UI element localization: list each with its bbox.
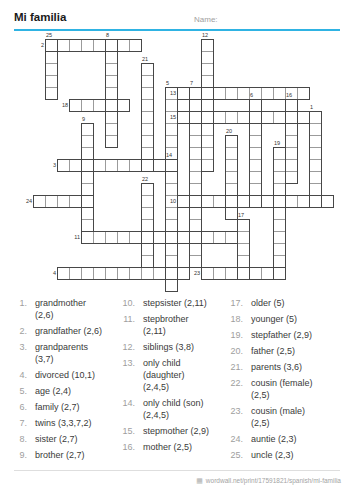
grid-number-19: 19 (274, 140, 280, 146)
grid-cell[interactable] (297, 87, 310, 100)
clue-text: mother (2,5) (143, 441, 219, 453)
clue-item: 13.only child (daughter) (2,4,5) (122, 357, 230, 393)
clue-item: 1.grandmother (2,6) (14, 297, 122, 321)
grid-number-8: 8 (106, 32, 109, 38)
clue-text: stepfather (2,9) (251, 329, 327, 341)
clue-item: 23.cousin (male) (2,5) (230, 405, 346, 429)
grid-number-24: 24 (23, 198, 32, 204)
clue-number: 11. (122, 313, 135, 337)
clues-column-1: 1.grandmother (2,6)2.grandfather (2,6)3.… (14, 297, 122, 461)
clue-text: stepbrother (2,11) (143, 313, 219, 337)
grid-cell[interactable] (201, 159, 214, 172)
clue-item: 17.older (5) (230, 297, 346, 309)
clue-number: 23. (230, 405, 243, 429)
clue-item: 16.mother (2,5) (122, 441, 230, 453)
grid-number-20: 20 (226, 128, 232, 134)
grid-cell[interactable] (117, 99, 130, 112)
clue-number: 25. (230, 449, 243, 461)
clue-text: stepmother (2,9) (143, 425, 219, 437)
clue-text: stepsister (2,11) (143, 297, 219, 309)
grid-number-7: 7 (190, 80, 193, 86)
footer-divider (14, 470, 340, 471)
page-title: Mi familia (14, 11, 66, 23)
clue-text: twins (3,3,7,2) (35, 417, 111, 429)
grid-number-17: 17 (238, 212, 244, 218)
clue-item: 22.cousin (female) (2,5) (230, 377, 346, 401)
worksheet-page: Mi familia Name: 22581221135718616151920… (0, 0, 353, 500)
clue-item: 11.stepbrother (2,11) (122, 313, 230, 337)
clue-text: sister (2,7) (35, 433, 111, 445)
clue-number: 4. (14, 369, 27, 381)
clue-item: 7.twins (3,3,7,2) (14, 417, 122, 429)
grid-number-9: 9 (82, 116, 85, 122)
clue-number: 20. (230, 345, 243, 357)
clue-item: 5.age (2,4) (14, 385, 122, 397)
grid-number-2: 2 (35, 42, 44, 48)
grid-cell[interactable] (177, 267, 190, 280)
clue-item: 15.stepmother (2,9) (122, 425, 230, 437)
crossword-grid: 2258122113571861615192019314222410171142… (33, 39, 334, 292)
clue-text: only child (daughter) (2,4,5) (143, 357, 219, 393)
clue-item: 25.uncle (2,3) (230, 449, 346, 461)
clues-column-2: 10.stepsister (2,11)11.stepbrother (2,11… (122, 297, 230, 461)
clue-item: 10.stepsister (2,11) (122, 297, 230, 309)
clue-text: grandmother (2,6) (35, 297, 111, 321)
clue-item: 21.parents (3,6) (230, 361, 346, 373)
clue-number: 13. (122, 357, 135, 393)
clue-item: 18.younger (5) (230, 313, 346, 325)
clue-number: 9. (14, 449, 27, 461)
name-label: Name: (194, 15, 218, 24)
grid-cell[interactable] (45, 87, 58, 100)
clue-number: 19. (230, 329, 243, 341)
clue-number: 21. (230, 361, 243, 373)
grid-number-22: 22 (142, 176, 148, 182)
clue-text: older (5) (251, 297, 327, 309)
grid-number-4: 4 (47, 270, 56, 276)
clue-text: grandfather (2,6) (35, 325, 111, 337)
clue-number: 3. (14, 341, 27, 365)
footer: ▦ wordwall.net/print/17591821/spanish/mi… (196, 477, 341, 484)
clue-item: 20.father (2,5) (230, 345, 346, 357)
clue-number: 2. (14, 325, 27, 337)
clue-item: 24.auntie (2,3) (230, 433, 346, 445)
header-accent-rule (14, 29, 340, 31)
grid-number-18: 18 (59, 102, 68, 108)
grid-number-21: 21 (142, 56, 148, 62)
clue-number: 10. (122, 297, 135, 309)
grid-number-1: 1 (310, 104, 313, 110)
grid-cell[interactable] (321, 195, 334, 208)
clue-item: 2.grandfather (2,6) (14, 325, 122, 337)
clue-text: cousin (male) (2,5) (251, 405, 327, 429)
grid-cell[interactable] (129, 39, 142, 52)
clue-text: divorced (10,1) (35, 369, 111, 381)
clue-text: cousin (female) (2,5) (251, 377, 327, 401)
grid-number-3: 3 (47, 162, 56, 168)
clue-number: 15. (122, 425, 135, 437)
clue-item: 8.sister (2,7) (14, 433, 122, 445)
grid-cell[interactable] (285, 171, 298, 184)
clue-text: only child (son) (2,4,5) (143, 397, 219, 421)
clue-number: 16. (122, 441, 135, 453)
footer-url: wordwall.net/print/17591821/spanish/mi-f… (206, 477, 341, 484)
clue-text: father (2,5) (251, 345, 327, 357)
clue-number: 12. (122, 341, 135, 353)
grid-number-23: 23 (191, 270, 200, 276)
grid-number-5: 5 (166, 80, 169, 86)
grid-cell[interactable] (105, 135, 118, 148)
clue-number: 6. (14, 401, 27, 413)
clue-number: 7. (14, 417, 27, 429)
clues-column-3: 17.older (5)18.younger (5)19.stepfather … (230, 297, 346, 461)
clue-text: age (2,4) (35, 385, 111, 397)
grid-number-11: 11 (71, 234, 80, 240)
clue-number: 8. (14, 433, 27, 445)
clue-number: 24. (230, 433, 243, 445)
clue-text: auntie (2,3) (251, 433, 327, 445)
grid-number-12: 12 (202, 32, 208, 38)
grid-number-25: 25 (46, 32, 52, 38)
clue-item: 19.stepfather (2,9) (230, 329, 346, 341)
clue-text: grandparents (3,7) (35, 341, 111, 365)
clue-number: 17. (230, 297, 243, 309)
clue-number: 5. (14, 385, 27, 397)
clue-list: 1.grandmother (2,6)2.grandfather (2,6)3.… (14, 297, 346, 461)
clue-text: parents (3,6) (251, 361, 327, 373)
clue-item: 14.only child (son) (2,4,5) (122, 397, 230, 421)
wordwall-logo-icon: ▦ (196, 477, 203, 484)
clue-item: 4.divorced (10,1) (14, 369, 122, 381)
clue-item: 12.siblings (3,8) (122, 341, 230, 353)
clue-text: siblings (3,8) (143, 341, 219, 353)
clue-item: 9.brother (2,7) (14, 449, 122, 461)
clue-number: 18. (230, 313, 243, 325)
clue-item: 3.grandparents (3,7) (14, 341, 122, 365)
clue-number: 22. (230, 377, 243, 401)
grid-cell[interactable] (165, 279, 178, 292)
clue-text: uncle (2,3) (251, 449, 327, 461)
grid-cell[interactable] (273, 267, 286, 280)
clue-text: brother (2,7) (35, 449, 111, 461)
clue-text: family (2,7) (35, 401, 111, 413)
clue-text: younger (5) (251, 313, 327, 325)
clue-item: 6.family (2,7) (14, 401, 122, 413)
clue-number: 14. (122, 397, 135, 421)
clue-number: 1. (14, 297, 27, 321)
